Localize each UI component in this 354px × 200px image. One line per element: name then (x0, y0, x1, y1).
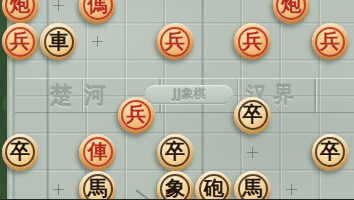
piece-character: 炮 (10, 0, 30, 14)
red-soldier-piece[interactable]: 兵 (234, 23, 271, 60)
black-soldier-piece[interactable]: 卒 (157, 134, 194, 171)
black-elephant-piece[interactable]: 象 (157, 171, 194, 200)
black-horse-piece[interactable]: 馬 (234, 171, 271, 200)
red-soldier-piece[interactable]: 兵 (157, 23, 194, 60)
piece-character: 炮 (281, 0, 301, 14)
red-soldier-piece[interactable]: 兵 (2, 23, 39, 60)
piece-character: 車 (49, 31, 69, 51)
red-cannon-piece[interactable]: 炮 (273, 0, 310, 24)
point-marker (286, 184, 297, 195)
piece-character: 象 (165, 178, 185, 198)
piece-character: 俥 (88, 141, 108, 161)
point-marker (53, 0, 64, 11)
piece-character: 傌 (88, 0, 108, 14)
piece-character: 兵 (243, 31, 263, 51)
black-soldier-piece[interactable]: 卒 (234, 97, 271, 134)
piece-character: 兵 (165, 31, 185, 51)
piece-character: 卒 (10, 141, 30, 161)
xiangqi-board[interactable]: 楚河 汉界 JJ象棋 炮傌炮兵車兵兵兵兵卒卒俥卒卒馬象砲馬 (0, 0, 354, 199)
piece-character: 卒 (243, 104, 263, 124)
point-marker (92, 36, 103, 47)
red-chariot-piece[interactable]: 俥 (79, 134, 116, 171)
black-soldier-piece[interactable]: 卒 (2, 134, 39, 171)
red-soldier-piece[interactable]: 兵 (312, 23, 349, 60)
river-label-left: 楚河 (50, 83, 118, 107)
piece-character: 卒 (320, 141, 340, 161)
black-horse-piece[interactable]: 馬 (79, 171, 116, 200)
piece-character: 卒 (165, 141, 185, 161)
point-marker (53, 184, 64, 195)
piece-character: 馬 (88, 178, 108, 198)
piece-character: 砲 (204, 178, 224, 198)
piece-character: 兵 (126, 104, 146, 124)
piece-character: 兵 (320, 31, 340, 51)
piece-character: 兵 (10, 31, 30, 51)
app-logo: JJ象棋 (145, 85, 233, 104)
black-soldier-piece[interactable]: 卒 (312, 134, 349, 171)
point-marker (247, 147, 258, 158)
red-soldier-piece[interactable]: 兵 (118, 97, 155, 134)
palace-diagonal-left (135, 189, 151, 199)
black-chariot-piece[interactable]: 車 (40, 23, 77, 60)
piece-character: 馬 (243, 178, 263, 198)
red-horse-piece[interactable]: 傌 (79, 0, 116, 24)
black-cannon-piece[interactable]: 砲 (195, 171, 232, 200)
